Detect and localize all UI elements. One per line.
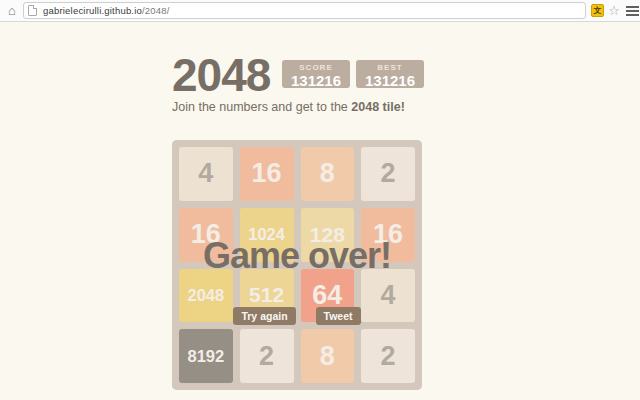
gameover-message: Game over! bbox=[172, 236, 422, 276]
best-value: 131216 bbox=[364, 72, 416, 89]
best-box: BEST 131216 bbox=[356, 60, 424, 88]
url-text: gabrielecirulli.github.io/2048/ bbox=[43, 5, 170, 16]
page-2048: 2048 SCORE 131216 BEST 131216 Join the n… bbox=[0, 23, 640, 400]
score-label: SCORE bbox=[290, 64, 342, 72]
page-icon bbox=[28, 5, 37, 16]
address-bar[interactable]: gabrielecirulli.github.io/2048/ bbox=[23, 2, 586, 19]
page-title: 2048 bbox=[172, 52, 270, 98]
browser-toolbar: ⌂ gabrielecirulli.github.io/2048/ 文 ☆ bbox=[0, 0, 640, 22]
score-box: SCORE 131216 bbox=[282, 60, 350, 88]
try-again-button[interactable]: Try again bbox=[233, 307, 295, 325]
score-value: 131216 bbox=[290, 72, 342, 89]
scores-container: SCORE 131216 BEST 131216 bbox=[282, 60, 424, 88]
subtitle-goal: 2048 tile! bbox=[351, 100, 405, 114]
best-label: BEST bbox=[364, 64, 416, 72]
tweet-button[interactable]: Tweet bbox=[316, 307, 361, 325]
url-domain: gabrielecirulli.github.io bbox=[43, 5, 142, 16]
board: 416821610241281620485126448192282 Game o… bbox=[172, 140, 422, 390]
url-path: /2048/ bbox=[142, 5, 170, 16]
subtitle: Join the numbers and get to the 2048 til… bbox=[172, 100, 405, 114]
bookmark-star-icon[interactable]: ☆ bbox=[607, 3, 621, 19]
gameover-buttons: Try again Tweet bbox=[172, 307, 422, 325]
extension-icon[interactable]: 文 bbox=[591, 4, 604, 17]
home-icon[interactable]: ⌂ bbox=[4, 3, 20, 19]
subtitle-prefix: Join the numbers and get to the bbox=[172, 100, 351, 114]
menu-icon[interactable] bbox=[626, 6, 639, 18]
